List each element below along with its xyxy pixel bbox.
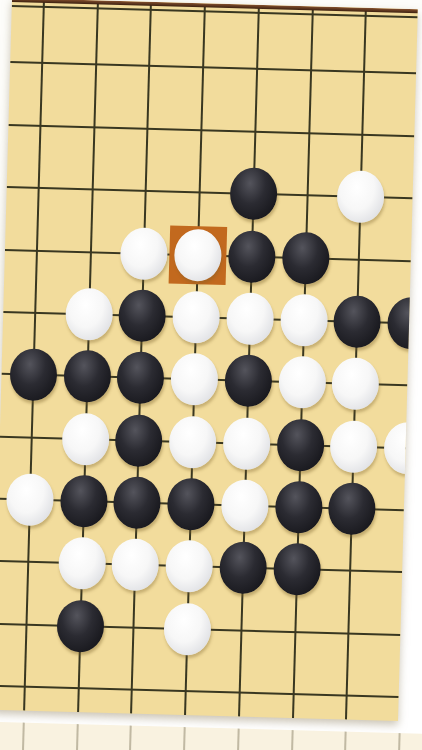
white-stone [331,357,379,410]
white-stone [120,227,168,280]
white-stone [222,417,270,470]
white-stone [6,473,54,526]
grid-line-horizontal [0,685,399,698]
black-stone [9,348,57,401]
white-stone [58,537,106,590]
app-screenshot [0,0,422,750]
board-reflection [0,722,422,750]
white-stone [169,416,217,469]
reflection-line [344,732,347,750]
black-stone [328,482,376,535]
white-stone [65,288,113,341]
reflection-line [397,733,400,750]
reflection-line [290,730,293,750]
reflection-line [236,729,239,750]
black-stone [224,354,272,407]
grid-line-horizontal [10,61,416,74]
black-stone [117,351,165,404]
black-stone [228,230,276,283]
white-stone [111,538,159,591]
black-stone [219,541,267,594]
white-stone [330,420,378,473]
white-stone [170,353,218,406]
black-stone [56,600,104,653]
white-stone [221,479,269,532]
black-stone [273,543,321,596]
board-tilt-wrapper [0,0,422,750]
white-stone [278,356,326,409]
black-stone [387,297,418,350]
white-stone [163,603,211,656]
black-stone [229,167,277,220]
black-stone [276,419,324,472]
black-stone [63,350,111,403]
white-stone [279,294,327,347]
grid-line-horizontal [8,124,414,137]
black-stone [113,476,161,529]
go-board[interactable] [0,0,418,721]
grid-line-vertical [399,12,418,721]
reflection-line [75,724,78,750]
black-stone [274,481,322,534]
reflection-line [129,726,132,750]
white-stone [165,540,213,593]
black-stone [115,414,163,467]
reflection-line [21,723,24,750]
white-stone [226,292,274,345]
white-stone [61,413,109,466]
black-stone [281,232,329,285]
black-stone [59,475,107,528]
white-stone [337,170,385,223]
black-stone [167,478,215,531]
reflection-line [182,727,185,750]
black-stone [118,289,166,342]
white-stone [383,422,417,475]
black-stone [333,295,381,348]
white-stone [172,291,220,344]
